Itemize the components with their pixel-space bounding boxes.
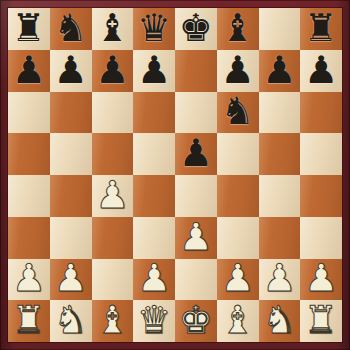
square-d7[interactable]: ♟ <box>133 50 175 92</box>
board-frame: ♜♞♝♛♚♝♜♟♟♟♟♟♟♟♞♟♟♟♟♟♟♟♟♟♜♞♝♛♚♝♞♜ <box>0 0 350 350</box>
piece-white-bishop[interactable]: ♝ <box>95 301 129 339</box>
square-a8[interactable]: ♜ <box>8 8 50 50</box>
chess-board: ♜♞♝♛♚♝♜♟♟♟♟♟♟♟♞♟♟♟♟♟♟♟♟♟♜♞♝♛♚♝♞♜ <box>8 8 342 342</box>
square-c5[interactable] <box>92 133 134 175</box>
square-g6[interactable] <box>259 92 301 134</box>
piece-black-knight[interactable]: ♞ <box>54 9 88 47</box>
piece-white-pawn[interactable]: ♟ <box>95 176 129 214</box>
square-f8[interactable]: ♝ <box>217 8 259 50</box>
square-f2[interactable]: ♟ <box>217 259 259 301</box>
square-e5[interactable]: ♟ <box>175 133 217 175</box>
square-g3[interactable] <box>259 217 301 259</box>
square-d8[interactable]: ♛ <box>133 8 175 50</box>
square-c6[interactable] <box>92 92 134 134</box>
piece-black-bishop[interactable]: ♝ <box>221 9 255 47</box>
square-d2[interactable]: ♟ <box>133 259 175 301</box>
piece-black-bishop[interactable]: ♝ <box>95 9 129 47</box>
square-b6[interactable] <box>50 92 92 134</box>
square-c7[interactable]: ♟ <box>92 50 134 92</box>
piece-white-queen[interactable]: ♛ <box>137 301 171 339</box>
square-b3[interactable] <box>50 217 92 259</box>
square-h6[interactable] <box>300 92 342 134</box>
square-a1[interactable]: ♜ <box>8 300 50 342</box>
square-g1[interactable]: ♞ <box>259 300 301 342</box>
square-g2[interactable]: ♟ <box>259 259 301 301</box>
square-f5[interactable] <box>217 133 259 175</box>
piece-black-pawn[interactable]: ♟ <box>304 51 338 89</box>
square-d3[interactable] <box>133 217 175 259</box>
piece-black-pawn[interactable]: ♟ <box>221 51 255 89</box>
square-d1[interactable]: ♛ <box>133 300 175 342</box>
piece-white-pawn[interactable]: ♟ <box>12 259 46 297</box>
square-a4[interactable] <box>8 175 50 217</box>
piece-black-pawn[interactable]: ♟ <box>12 51 46 89</box>
square-e6[interactable] <box>175 92 217 134</box>
piece-black-pawn[interactable]: ♟ <box>54 51 88 89</box>
square-h1[interactable]: ♜ <box>300 300 342 342</box>
piece-white-knight[interactable]: ♞ <box>262 301 296 339</box>
piece-black-rook[interactable]: ♜ <box>12 9 46 47</box>
square-f7[interactable]: ♟ <box>217 50 259 92</box>
square-h5[interactable] <box>300 133 342 175</box>
square-h2[interactable]: ♟ <box>300 259 342 301</box>
square-f4[interactable] <box>217 175 259 217</box>
square-h4[interactable] <box>300 175 342 217</box>
square-a5[interactable] <box>8 133 50 175</box>
piece-black-king[interactable]: ♚ <box>179 9 213 47</box>
piece-white-knight[interactable]: ♞ <box>54 301 88 339</box>
square-b8[interactable]: ♞ <box>50 8 92 50</box>
square-h7[interactable]: ♟ <box>300 50 342 92</box>
square-d5[interactable] <box>133 133 175 175</box>
piece-white-pawn[interactable]: ♟ <box>221 259 255 297</box>
piece-white-king[interactable]: ♚ <box>179 301 213 339</box>
square-d6[interactable] <box>133 92 175 134</box>
square-c1[interactable]: ♝ <box>92 300 134 342</box>
piece-white-pawn[interactable]: ♟ <box>304 259 338 297</box>
piece-black-rook[interactable]: ♜ <box>304 9 338 47</box>
piece-white-rook[interactable]: ♜ <box>12 301 46 339</box>
piece-black-pawn[interactable]: ♟ <box>179 134 213 172</box>
piece-black-knight[interactable]: ♞ <box>221 92 255 130</box>
square-d4[interactable] <box>133 175 175 217</box>
square-b7[interactable]: ♟ <box>50 50 92 92</box>
piece-white-rook[interactable]: ♜ <box>304 301 338 339</box>
piece-black-pawn[interactable]: ♟ <box>262 51 296 89</box>
piece-white-pawn[interactable]: ♟ <box>262 259 296 297</box>
piece-black-pawn[interactable]: ♟ <box>95 51 129 89</box>
square-g4[interactable] <box>259 175 301 217</box>
square-g7[interactable]: ♟ <box>259 50 301 92</box>
square-e2[interactable] <box>175 259 217 301</box>
square-e1[interactable]: ♚ <box>175 300 217 342</box>
square-e3[interactable]: ♟ <box>175 217 217 259</box>
square-b5[interactable] <box>50 133 92 175</box>
square-h3[interactable] <box>300 217 342 259</box>
square-c4[interactable]: ♟ <box>92 175 134 217</box>
square-f6[interactable]: ♞ <box>217 92 259 134</box>
square-c3[interactable] <box>92 217 134 259</box>
square-a2[interactable]: ♟ <box>8 259 50 301</box>
square-b4[interactable] <box>50 175 92 217</box>
square-e7[interactable] <box>175 50 217 92</box>
piece-white-pawn[interactable]: ♟ <box>137 259 171 297</box>
square-g5[interactable] <box>259 133 301 175</box>
square-f1[interactable]: ♝ <box>217 300 259 342</box>
square-c2[interactable] <box>92 259 134 301</box>
square-e8[interactable]: ♚ <box>175 8 217 50</box>
piece-black-pawn[interactable]: ♟ <box>137 51 171 89</box>
piece-white-bishop[interactable]: ♝ <box>221 301 255 339</box>
square-b1[interactable]: ♞ <box>50 300 92 342</box>
square-a7[interactable]: ♟ <box>8 50 50 92</box>
square-b2[interactable]: ♟ <box>50 259 92 301</box>
piece-black-queen[interactable]: ♛ <box>137 9 171 47</box>
square-h8[interactable]: ♜ <box>300 8 342 50</box>
piece-white-pawn[interactable]: ♟ <box>54 259 88 297</box>
square-c8[interactable]: ♝ <box>92 8 134 50</box>
square-g8[interactable] <box>259 8 301 50</box>
square-a3[interactable] <box>8 217 50 259</box>
square-a6[interactable] <box>8 92 50 134</box>
square-e4[interactable] <box>175 175 217 217</box>
square-f3[interactable] <box>217 217 259 259</box>
piece-white-pawn[interactable]: ♟ <box>179 218 213 256</box>
